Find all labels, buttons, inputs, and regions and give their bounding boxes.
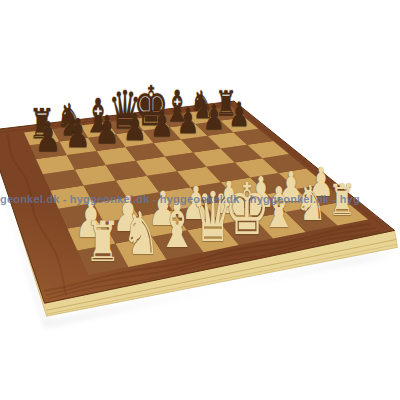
watermark-text: geonkel.dk - hyggeonkel.dk - hyggeonkel.…	[0, 193, 400, 207]
product-photo: ♜♞♝♚♟♛♟♝♟♞♟♜♟♟♟♟♟♟♟♟♜♟♞♟♝♟♚♟♛♝♞♜ geonkel…	[0, 0, 400, 400]
